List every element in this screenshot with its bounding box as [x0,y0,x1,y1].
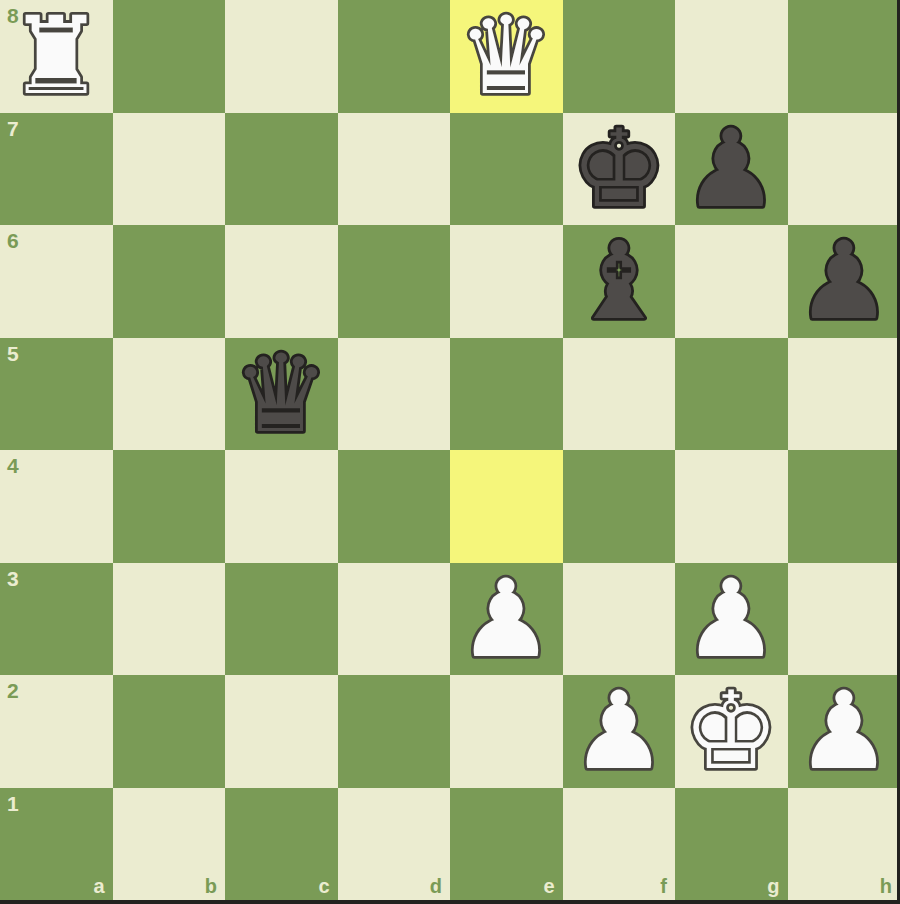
file-label-f: f [660,876,667,896]
square-h2[interactable]: ♟ [788,675,900,788]
svg-text:♝: ♝ [571,218,667,343]
square-h3[interactable] [788,563,900,676]
app-window: 8♜♛7♚♟6♝♟5♛43♟♟2♟♚♟1abcdefgh [0,0,900,904]
square-h4[interactable] [788,450,900,563]
square-d2[interactable] [338,675,451,788]
square-b7[interactable] [113,113,226,226]
file-label-a: a [93,876,104,896]
svg-text:♟: ♟ [683,556,779,681]
piece-black-king[interactable]: ♚ [563,113,675,225]
piece-black-queen[interactable]: ♛ [225,338,337,450]
square-e3[interactable]: ♟ [450,563,563,676]
square-h5[interactable] [788,338,900,451]
rank-label-8: 8 [7,5,19,26]
square-a5[interactable]: 5 [0,338,113,451]
square-d7[interactable] [338,113,451,226]
square-e8[interactable]: ♛ [450,0,563,113]
square-h7[interactable] [788,113,900,226]
square-a2[interactable]: 2 [0,675,113,788]
svg-text:♟: ♟ [571,668,667,793]
piece-white-queen[interactable]: ♛ [450,0,562,112]
file-label-e: e [543,876,554,896]
square-f1[interactable]: f [563,788,676,901]
piece-white-pawn[interactable]: ♟ [450,563,562,675]
chess-board: 8♜♛7♚♟6♝♟5♛43♟♟2♟♚♟1abcdefgh [0,0,900,900]
piece-black-bishop[interactable]: ♝ [563,225,675,337]
square-e2[interactable] [450,675,563,788]
square-d1[interactable]: d [338,788,451,901]
square-f2[interactable]: ♟ [563,675,676,788]
rank-label-5: 5 [7,343,19,364]
svg-text:♟: ♟ [796,668,892,793]
square-g7[interactable]: ♟ [675,113,788,226]
square-c7[interactable] [225,113,338,226]
square-b6[interactable] [113,225,226,338]
square-g3[interactable]: ♟ [675,563,788,676]
svg-text:♟: ♟ [796,218,892,343]
rank-label-4: 4 [7,455,19,476]
square-a6[interactable]: 6 [0,225,113,338]
piece-white-king[interactable]: ♚ [675,675,787,787]
square-b5[interactable] [113,338,226,451]
square-g4[interactable] [675,450,788,563]
square-c5[interactable]: ♛ [225,338,338,451]
square-e7[interactable] [450,113,563,226]
square-a1[interactable]: 1a [0,788,113,901]
rank-label-3: 3 [7,568,19,589]
square-d6[interactable] [338,225,451,338]
square-d3[interactable] [338,563,451,676]
square-b8[interactable] [113,0,226,113]
file-label-d: d [430,876,442,896]
square-c2[interactable] [225,675,338,788]
svg-text:♟: ♟ [458,556,554,681]
svg-text:♛: ♛ [233,331,329,456]
piece-white-pawn[interactable]: ♟ [788,675,900,787]
piece-white-pawn[interactable]: ♟ [563,675,675,787]
square-b4[interactable] [113,450,226,563]
rank-label-7: 7 [7,118,19,139]
piece-black-pawn[interactable]: ♟ [675,113,787,225]
file-label-b: b [205,876,217,896]
square-b3[interactable] [113,563,226,676]
square-g2[interactable]: ♚ [675,675,788,788]
svg-text:♜: ♜ [8,0,104,118]
square-a8[interactable]: 8♜ [0,0,113,113]
square-h8[interactable] [788,0,900,113]
square-c8[interactable] [225,0,338,113]
svg-text:♚: ♚ [683,668,779,793]
square-f3[interactable] [563,563,676,676]
file-label-g: g [767,876,779,896]
square-d5[interactable] [338,338,451,451]
rank-label-1: 1 [7,793,19,814]
square-a7[interactable]: 7 [0,113,113,226]
square-c4[interactable] [225,450,338,563]
rank-label-6: 6 [7,230,19,251]
square-d4[interactable] [338,450,451,563]
square-c1[interactable]: c [225,788,338,901]
square-g6[interactable] [675,225,788,338]
file-label-h: h [880,876,892,896]
square-h6[interactable]: ♟ [788,225,900,338]
square-f8[interactable] [563,0,676,113]
piece-black-pawn[interactable]: ♟ [788,225,900,337]
square-d8[interactable] [338,0,451,113]
rank-label-2: 2 [7,680,19,701]
square-f4[interactable] [563,450,676,563]
svg-text:♛: ♛ [458,0,554,118]
square-e5[interactable] [450,338,563,451]
square-b2[interactable] [113,675,226,788]
square-c6[interactable] [225,225,338,338]
square-g1[interactable]: g [675,788,788,901]
square-e4[interactable] [450,450,563,563]
square-a4[interactable]: 4 [0,450,113,563]
file-label-c: c [318,876,329,896]
square-g8[interactable] [675,0,788,113]
piece-white-pawn[interactable]: ♟ [675,563,787,675]
square-f5[interactable] [563,338,676,451]
square-e6[interactable] [450,225,563,338]
square-f7[interactable]: ♚ [563,113,676,226]
square-g5[interactable] [675,338,788,451]
svg-text:♟: ♟ [683,106,779,231]
square-h1[interactable]: h [788,788,900,901]
svg-text:♚: ♚ [571,106,667,231]
square-b1[interactable]: b [113,788,226,901]
square-f6[interactable]: ♝ [563,225,676,338]
bottom-edge-strip [0,900,900,904]
square-c3[interactable] [225,563,338,676]
square-a3[interactable]: 3 [0,563,113,676]
square-e1[interactable]: e [450,788,563,901]
